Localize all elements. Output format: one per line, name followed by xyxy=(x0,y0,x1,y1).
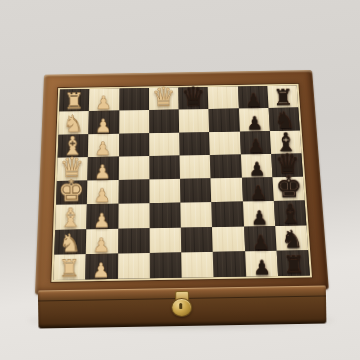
square-r6c7[interactable]: ♞ xyxy=(275,225,308,251)
square-r1c6[interactable]: ♟ xyxy=(238,108,269,131)
white-pawn[interactable]: ♟ xyxy=(94,186,111,205)
square-r7c5[interactable] xyxy=(213,251,246,277)
square-r4c1[interactable]: ♟ xyxy=(87,180,118,205)
square-r6c4[interactable] xyxy=(181,227,213,253)
square-r2c4[interactable] xyxy=(179,132,210,156)
square-r7c4[interactable] xyxy=(181,252,214,278)
square-r4c4[interactable] xyxy=(180,178,212,203)
white-pawn[interactable]: ♟ xyxy=(93,210,111,230)
chess-board: ♜♟♛♛♟♜♞♟♟♞♝♟♟♝♛♟♟♛♚♟♟♚♝♟♟♝♞♟♟♞♜♟♟♜ xyxy=(51,84,312,282)
black-pawn[interactable]: ♟ xyxy=(245,91,262,109)
square-r7c2[interactable] xyxy=(118,253,150,279)
square-r3c3[interactable] xyxy=(149,155,180,179)
square-r1c2[interactable] xyxy=(119,110,149,133)
square-r2c6[interactable]: ♟ xyxy=(239,131,270,155)
square-r7c1[interactable]: ♟ xyxy=(85,253,117,279)
square-r6c0[interactable]: ♞ xyxy=(54,229,86,255)
square-r5c4[interactable] xyxy=(180,202,212,227)
black-bishop[interactable]: ♝ xyxy=(278,200,302,226)
square-r5c6[interactable]: ♟ xyxy=(243,201,275,226)
black-pawn[interactable]: ♟ xyxy=(248,159,266,178)
white-pawn[interactable]: ♟ xyxy=(95,139,112,158)
square-r3c6[interactable]: ♟ xyxy=(240,154,272,178)
square-r5c3[interactable] xyxy=(149,203,181,228)
white-king[interactable]: ♚ xyxy=(58,176,85,206)
square-r6c5[interactable] xyxy=(212,226,244,252)
black-rook[interactable]: ♜ xyxy=(273,87,294,109)
square-r3c2[interactable] xyxy=(118,156,149,180)
black-rook[interactable]: ♜ xyxy=(283,253,305,277)
white-queen[interactable]: ♛ xyxy=(151,84,175,111)
square-r2c3[interactable] xyxy=(149,132,180,156)
white-rook[interactable]: ♜ xyxy=(64,91,84,113)
square-r7c3[interactable] xyxy=(149,252,181,278)
square-r7c6[interactable]: ♟ xyxy=(245,251,278,277)
square-r0c3[interactable]: ♛ xyxy=(149,88,179,111)
square-r0c4[interactable]: ♛ xyxy=(178,87,208,110)
square-r1c3[interactable] xyxy=(149,110,179,133)
black-pawn[interactable]: ♟ xyxy=(246,113,263,132)
box-front-panel xyxy=(38,285,327,328)
square-r2c1[interactable]: ♟ xyxy=(88,133,119,157)
black-pawn[interactable]: ♟ xyxy=(250,207,268,227)
square-r7c0[interactable]: ♜ xyxy=(53,254,86,280)
square-r5c1[interactable]: ♟ xyxy=(87,204,119,229)
black-pawn[interactable]: ♟ xyxy=(252,257,270,277)
white-pawn[interactable]: ♟ xyxy=(92,260,110,280)
square-r4c0[interactable]: ♚ xyxy=(56,180,88,205)
square-r3c4[interactable] xyxy=(179,155,210,179)
square-r4c2[interactable] xyxy=(118,179,149,204)
latch-keyhole-icon xyxy=(179,303,182,309)
square-r6c3[interactable] xyxy=(149,227,181,253)
square-r0c7[interactable]: ♜ xyxy=(267,85,298,108)
walnut-frame: ♜♟♛♛♟♜♞♟♟♞♝♟♟♝♛♟♟♛♚♟♟♚♝♟♟♝♞♟♟♞♜♟♟♜ xyxy=(35,70,329,295)
white-bishop[interactable]: ♝ xyxy=(59,204,83,230)
black-queen[interactable]: ♛ xyxy=(181,84,206,111)
square-r0c5[interactable] xyxy=(208,86,239,109)
square-r5c7[interactable]: ♝ xyxy=(274,201,307,226)
square-r5c0[interactable]: ♝ xyxy=(55,204,87,229)
black-pawn[interactable]: ♟ xyxy=(251,232,269,252)
black-king[interactable]: ♚ xyxy=(275,172,303,202)
black-pawn[interactable]: ♟ xyxy=(249,183,267,202)
square-r4c6[interactable]: ♟ xyxy=(241,177,273,202)
square-r3c5[interactable] xyxy=(210,154,241,178)
white-pawn[interactable]: ♟ xyxy=(93,235,111,255)
square-r6c1[interactable]: ♟ xyxy=(86,228,118,254)
white-pawn[interactable]: ♟ xyxy=(96,94,113,112)
square-r2c2[interactable] xyxy=(119,133,149,157)
square-r0c6[interactable]: ♟ xyxy=(238,86,269,109)
square-r0c1[interactable]: ♟ xyxy=(89,89,119,112)
square-r1c1[interactable]: ♟ xyxy=(89,111,119,134)
white-rook[interactable]: ♜ xyxy=(59,257,80,281)
square-r4c5[interactable] xyxy=(211,178,243,203)
square-r2c5[interactable] xyxy=(209,131,240,155)
square-r0c0[interactable]: ♜ xyxy=(59,89,89,112)
square-r1c5[interactable] xyxy=(209,109,240,132)
square-r7c7[interactable]: ♜ xyxy=(276,250,309,276)
square-r6c2[interactable] xyxy=(118,228,150,254)
white-knight[interactable]: ♞ xyxy=(59,231,81,256)
square-r6c6[interactable]: ♟ xyxy=(244,226,277,252)
white-pawn[interactable]: ♟ xyxy=(95,116,112,135)
brass-latch[interactable] xyxy=(170,291,192,317)
square-r5c5[interactable] xyxy=(211,202,243,227)
white-pawn[interactable]: ♟ xyxy=(94,162,111,181)
square-r4c7[interactable]: ♚ xyxy=(272,177,304,201)
chess-box: ♜♟♛♛♟♜♞♟♟♞♝♟♟♝♛♟♟♛♚♟♟♚♝♟♟♝♞♟♟♞♜♟♟♜ xyxy=(31,37,330,330)
square-r5c2[interactable] xyxy=(118,203,149,228)
square-r0c2[interactable] xyxy=(119,88,149,111)
square-r4c3[interactable] xyxy=(149,179,180,204)
square-r3c1[interactable]: ♟ xyxy=(88,156,119,180)
black-knight[interactable]: ♞ xyxy=(281,227,304,252)
black-pawn[interactable]: ♟ xyxy=(247,136,264,155)
square-r1c4[interactable] xyxy=(179,109,210,132)
photo-scene: ♜♟♛♛♟♜♞♟♟♞♝♟♟♝♛♟♟♛♚♟♟♚♝♟♟♝♞♟♟♞♜♟♟♜ xyxy=(0,0,360,360)
